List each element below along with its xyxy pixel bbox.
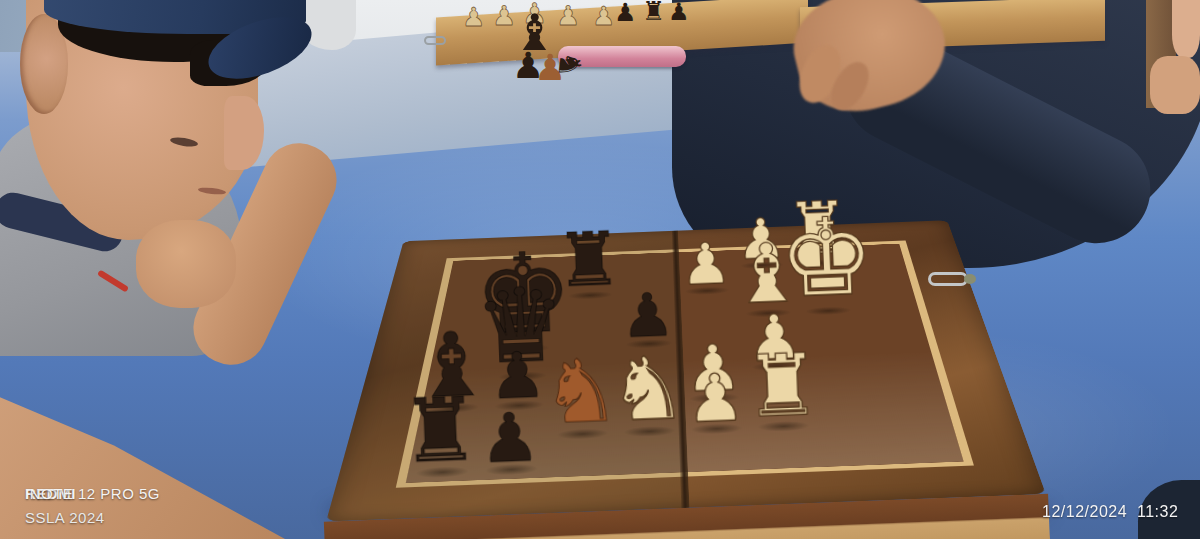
left-player-hand-under-chin: [136, 220, 236, 308]
watermark-label: SSLA 2024: [25, 509, 105, 526]
clasp-hook: [928, 272, 968, 286]
photo-scene: ♟♟♟♟♟♟♜♟♝♟♟♞ ♜♝♟♟♛♚♞♜♟♞♟♟♟♜♟♝♟♚♜ ♛♝♞♟: [0, 0, 1200, 539]
clasp-knob: [964, 274, 976, 284]
background-board-clasp: [424, 36, 446, 45]
watermark-model: NOTE 12 PRO 5G: [25, 485, 160, 502]
timestamp: 12/12/2024 11:32: [1042, 503, 1178, 521]
board-brass-clasp: [928, 266, 976, 294]
folding-chess-board: ♜♝♟♟♛♚♞♜♟♞♟♟♟♜♟♝♟♚♜: [358, 28, 1001, 539]
right-player-face: [1172, 0, 1200, 58]
right-player-chin: [1150, 56, 1200, 114]
